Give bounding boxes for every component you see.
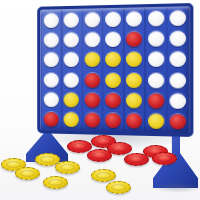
cell-c5-r6[interactable] <box>124 111 146 132</box>
yellow-disc <box>148 114 164 130</box>
empty-hole <box>64 32 79 47</box>
cell-c7-r4[interactable] <box>167 70 189 91</box>
empty-hole <box>84 12 100 27</box>
cell-c4-r5[interactable] <box>102 90 123 111</box>
empty-hole <box>84 32 100 47</box>
cell-c7-r3[interactable] <box>167 49 189 70</box>
cell-c6-r2[interactable] <box>145 29 167 50</box>
yellow-disc <box>126 93 142 108</box>
empty-hole <box>170 52 187 67</box>
cell-c4-r2[interactable] <box>102 29 123 50</box>
red-disc <box>84 73 100 88</box>
cell-c4-r3[interactable] <box>102 50 123 70</box>
yellow-disc <box>126 73 142 88</box>
connect-four-board <box>37 3 193 137</box>
cell-c1-r1[interactable] <box>41 10 61 30</box>
empty-hole <box>170 73 187 88</box>
cell-c7-r6[interactable] <box>167 111 189 132</box>
empty-hole <box>43 33 58 48</box>
cell-c2-r6[interactable] <box>61 110 81 130</box>
empty-hole <box>148 31 164 46</box>
empty-hole <box>126 11 142 26</box>
red-disc <box>170 114 187 130</box>
cell-c4-r1[interactable] <box>102 9 123 30</box>
cell-c5-r5[interactable] <box>124 90 146 111</box>
yellow-disc <box>105 73 121 88</box>
red-disc <box>84 93 100 108</box>
cell-c2-r4[interactable] <box>61 70 81 90</box>
cell-c4-r6[interactable] <box>102 110 123 131</box>
scene <box>0 0 200 200</box>
empty-hole <box>64 73 79 88</box>
empty-hole <box>170 10 187 26</box>
cell-c3-r5[interactable] <box>82 90 103 110</box>
empty-hole <box>43 53 58 68</box>
cell-c5-r3[interactable] <box>124 49 146 70</box>
red-disc <box>148 93 164 108</box>
empty-hole <box>148 11 164 27</box>
yellow-disc <box>84 52 100 67</box>
yellow-chip[interactable] <box>15 167 40 180</box>
cell-c2-r1[interactable] <box>61 10 81 30</box>
yellow-chip[interactable] <box>91 169 116 182</box>
empty-hole <box>43 92 58 107</box>
red-chip[interactable] <box>124 153 149 166</box>
empty-hole <box>43 13 58 28</box>
empty-hole <box>105 32 121 47</box>
yellow-chip[interactable] <box>55 161 80 174</box>
cell-c7-r5[interactable] <box>167 91 189 112</box>
yellow-chip[interactable] <box>106 181 131 194</box>
empty-hole <box>64 12 79 27</box>
red-chip[interactable] <box>152 152 177 165</box>
cell-c5-r4[interactable] <box>124 70 146 91</box>
red-chip[interactable] <box>67 140 92 153</box>
cell-c4-r4[interactable] <box>102 70 123 90</box>
empty-hole <box>105 11 121 26</box>
empty-hole <box>43 73 58 88</box>
empty-hole <box>170 31 187 47</box>
red-disc <box>105 113 121 128</box>
red-disc <box>126 114 142 129</box>
cell-c6-r3[interactable] <box>145 49 167 70</box>
cell-c6-r1[interactable] <box>145 8 167 29</box>
red-disc <box>84 113 100 128</box>
cell-c1-r6[interactable] <box>41 110 61 130</box>
red-chip[interactable] <box>87 149 112 162</box>
empty-hole <box>148 73 164 88</box>
right-leg-shadow <box>152 182 200 193</box>
board-grid <box>41 7 189 133</box>
cell-c1-r3[interactable] <box>41 50 61 70</box>
yellow-disc <box>105 52 121 67</box>
cell-c3-r3[interactable] <box>82 50 103 70</box>
cell-c3-r6[interactable] <box>82 110 103 131</box>
yellow-disc <box>64 93 79 108</box>
cell-c6-r6[interactable] <box>145 111 167 132</box>
cell-c2-r3[interactable] <box>61 50 81 70</box>
yellow-disc <box>126 52 142 67</box>
cell-c2-r2[interactable] <box>61 30 81 50</box>
yellow-chip[interactable] <box>43 176 68 189</box>
cell-c7-r2[interactable] <box>167 28 189 49</box>
empty-hole <box>148 52 164 67</box>
empty-hole <box>170 93 187 109</box>
cell-c2-r5[interactable] <box>61 90 81 110</box>
cell-c1-r2[interactable] <box>41 30 61 50</box>
cell-c1-r4[interactable] <box>41 70 61 90</box>
yellow-disc <box>64 113 79 128</box>
red-disc <box>43 112 58 127</box>
red-disc <box>126 32 142 47</box>
cell-c7-r1[interactable] <box>167 7 189 28</box>
cell-c5-r2[interactable] <box>124 29 146 50</box>
cell-c6-r5[interactable] <box>145 91 167 112</box>
cell-c3-r4[interactable] <box>82 70 103 90</box>
cell-c1-r5[interactable] <box>41 90 61 110</box>
red-disc <box>105 93 121 108</box>
cell-c3-r1[interactable] <box>82 9 103 30</box>
cell-c6-r4[interactable] <box>145 70 167 91</box>
cell-c3-r2[interactable] <box>82 29 103 49</box>
cell-c5-r1[interactable] <box>124 8 146 29</box>
empty-hole <box>64 53 79 68</box>
